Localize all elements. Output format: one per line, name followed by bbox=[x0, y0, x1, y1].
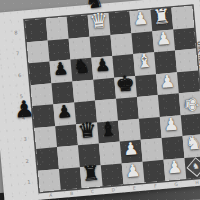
square-c7: ♟ bbox=[50, 60, 73, 83]
square-f2: ♟ bbox=[160, 115, 183, 138]
square-a3: ♟ bbox=[129, 9, 152, 32]
square-e8 bbox=[32, 104, 55, 127]
square-g7 bbox=[57, 145, 80, 168]
square-h3 bbox=[143, 159, 166, 182]
square-a4 bbox=[109, 11, 132, 34]
rank-label-1: 1 bbox=[22, 171, 36, 193]
square-d1 bbox=[177, 70, 200, 93]
square-e3 bbox=[137, 95, 160, 118]
chessboard-photo: 87654321 ABCDEFGH ♛♟♜♟♟♞♟♝♚♟♟♚♛♝♟♟♞♜♟♟♞ … bbox=[0, 0, 200, 200]
white-pawn-piece: ♟ bbox=[166, 158, 183, 176]
square-h7 bbox=[59, 167, 82, 190]
white-pawn-piece: ♟ bbox=[132, 10, 149, 28]
white-queen-piece: ♛ bbox=[88, 10, 109, 33]
square-c8 bbox=[29, 61, 52, 84]
rank-label-2: 2 bbox=[20, 149, 34, 171]
rank-label-3: 3 bbox=[18, 128, 32, 150]
square-g1: ♞ bbox=[183, 134, 200, 157]
square-f7 bbox=[55, 124, 78, 147]
square-d4: ♚ bbox=[114, 76, 137, 99]
white-pawn-piece: ♟ bbox=[123, 140, 140, 158]
white-rook-piece: ♜ bbox=[152, 6, 172, 27]
square-d3 bbox=[135, 74, 158, 97]
rank-label-6: 6 bbox=[13, 64, 27, 86]
square-a7 bbox=[46, 17, 69, 40]
square-f8 bbox=[34, 126, 57, 149]
square-e7: ♟ bbox=[53, 102, 76, 125]
black-pawn-piece: ♟ bbox=[94, 56, 111, 74]
square-c5: ♟ bbox=[91, 56, 114, 79]
square-b2: ♟ bbox=[152, 29, 175, 52]
captured-black-knight-icon: ♞ bbox=[84, 0, 105, 13]
square-b1 bbox=[173, 27, 196, 50]
square-a1 bbox=[171, 6, 194, 29]
square-a5: ♛ bbox=[88, 13, 111, 36]
black-rook-piece: ♜ bbox=[81, 163, 101, 184]
white-pawn-piece: ♟ bbox=[159, 72, 176, 90]
square-g8 bbox=[36, 147, 59, 170]
square-f6: ♛ bbox=[76, 122, 99, 145]
black-king-piece: ♚ bbox=[115, 73, 136, 96]
square-a8 bbox=[25, 19, 48, 42]
square-d2: ♟ bbox=[156, 72, 179, 95]
square-g3 bbox=[141, 138, 164, 161]
square-h2: ♟ bbox=[163, 158, 186, 181]
square-e1: ♚ bbox=[179, 91, 200, 114]
black-pawn-piece: ♟ bbox=[52, 60, 69, 78]
black-pawn-piece: ♟ bbox=[56, 103, 73, 121]
white-pawn-piece: ♟ bbox=[125, 162, 142, 180]
square-b4 bbox=[110, 33, 133, 56]
square-a6 bbox=[67, 15, 90, 38]
rank-label-8: 8 bbox=[9, 21, 23, 43]
square-c3: ♝ bbox=[133, 52, 156, 75]
square-h8 bbox=[38, 169, 61, 192]
black-queen-piece: ♛ bbox=[77, 119, 98, 142]
square-d5 bbox=[93, 77, 116, 100]
square-h4: ♟ bbox=[122, 161, 145, 184]
white-pawn-piece: ♟ bbox=[163, 115, 180, 133]
square-e4 bbox=[116, 97, 139, 120]
square-f3 bbox=[139, 117, 162, 140]
square-c1 bbox=[175, 49, 198, 72]
black-bishop-piece: ♝ bbox=[99, 119, 118, 139]
white-pawn-piece: ♟ bbox=[155, 30, 172, 48]
captured-black-pawn-icon: ♟ bbox=[13, 97, 35, 121]
fallen-white-king-piece: ♚ bbox=[182, 95, 200, 113]
square-h5 bbox=[101, 163, 124, 186]
square-b8 bbox=[27, 40, 50, 63]
square-c6: ♞ bbox=[70, 58, 93, 81]
square-f5: ♝ bbox=[97, 120, 120, 143]
white-knight-piece: ♞ bbox=[184, 133, 200, 153]
square-h6: ♜ bbox=[80, 165, 103, 188]
square-h1: ♞ bbox=[184, 156, 200, 179]
black-knight-piece: ♞ bbox=[72, 56, 91, 76]
square-d6 bbox=[72, 79, 95, 102]
board-grid: ♛♟♜♟♟♞♟♝♚♟♟♚♛♝♟♟♞♜♟♟♞ bbox=[25, 6, 200, 192]
corner-logo-knight-emblem: ♞ bbox=[186, 157, 200, 177]
square-g5 bbox=[99, 142, 122, 165]
rank-label-7: 7 bbox=[11, 42, 25, 64]
white-bishop-piece: ♝ bbox=[135, 51, 154, 71]
